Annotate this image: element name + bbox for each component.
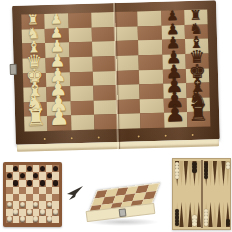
checkers-square [52,180,59,187]
screw-icon [44,138,46,140]
checkers-square [39,201,46,208]
board-square [22,58,46,73]
backgammon-point [213,161,217,186]
board-square [23,87,47,102]
checkers-piece-dark [33,173,38,179]
checkers-inset [3,162,62,227]
checkers-square [46,165,53,172]
board-square [94,114,118,129]
board-square [46,72,70,87]
checkers-square [6,187,13,194]
checkers-square [33,165,40,172]
checkers-square [6,209,13,216]
checkers-square [13,165,20,172]
arrow-icon [64,184,84,202]
backgammon-point [208,202,212,227]
checkers-square [19,216,26,223]
board-square [186,97,210,112]
checkers-square [39,187,46,194]
checkers-square [39,165,46,172]
folded-box-inset [85,185,161,229]
board-square [69,57,93,72]
backgammon-point [184,202,188,227]
checkers-square [6,165,13,172]
board-square [22,29,46,44]
checkers-square [19,172,26,179]
chess-board: ♜♟♟♜♞♟♟♞♝♟♟♝♛♟♟♛♚♟♟♚♝♟♟♝♞♟♟♞♜♟♟♜ [12,0,220,152]
checkers-piece-light [27,209,32,215]
board-square [139,84,163,99]
backgammon-panel [175,161,201,227]
board-square [69,42,93,57]
checkers-square [26,216,33,223]
board-square [186,68,210,83]
checkers-piece-light [53,209,58,215]
backgammon-inset [172,158,231,230]
checkers-piece-dark [13,166,18,172]
checkers-square [39,180,46,187]
checkers-square [39,194,46,201]
board-square [116,84,140,99]
checkers-piece-dark [53,166,58,172]
board-square [70,86,94,101]
board-square [71,115,95,130]
checkers-square [52,216,59,223]
backgammon-checker-white [192,222,196,226]
checkers-square [46,172,53,179]
backgammon-point [179,202,183,227]
board-square [47,101,71,116]
board-square [92,56,116,71]
board-square [138,25,162,40]
checkers-square [52,209,59,216]
checkers-square [6,180,13,187]
checkers-square [13,180,20,187]
board-square [140,113,164,128]
backgammon-hinge [201,160,203,228]
checkers-square [26,165,33,172]
checkers-square [46,194,53,201]
board-square [22,43,46,58]
backgammon-panel [204,161,230,227]
board-square [187,112,211,127]
checkers-square [46,201,53,208]
checkers-square [33,172,40,179]
board-square [114,11,138,26]
board-square [116,70,140,85]
board-square [184,24,208,39]
checkers-square [33,180,40,187]
checkers-square [52,194,59,201]
board-square [161,25,185,40]
board-square [139,69,163,84]
backgammon-checker-stack [204,209,208,226]
checkers-square [13,209,20,216]
checkers-piece-dark [53,180,58,186]
board-square [139,55,163,70]
backgammon-checker-white [226,165,230,169]
backgammon-checker-black [175,222,179,226]
checkers-piece-light [20,202,25,208]
board-square [163,83,187,98]
checkers-square [13,216,20,223]
checkers-piece-light [20,216,25,222]
checkers-square [52,165,59,172]
checkers-square [26,194,33,201]
checkers-square [46,209,53,216]
checkers-square [46,187,53,194]
screw-icon [165,135,167,137]
board-square [162,54,186,69]
screw-icon [192,134,194,136]
backgammon-checker-white [175,175,179,179]
board-square [117,114,141,129]
backgammon-checker-black [226,222,230,226]
checkers-piece-dark [47,173,52,179]
checkers-square [13,172,20,179]
board-square [93,85,117,100]
checkers-square [6,194,13,201]
checkers-piece-light [47,202,52,208]
checkers-square [6,201,13,208]
checkers-piece-light [7,216,12,222]
board-square [93,100,117,115]
checkers-piece-light [33,216,38,222]
backgammon-point [217,202,221,227]
board-square [162,69,186,84]
board-square [24,116,48,131]
checkers-square [19,201,26,208]
checkers-square [39,172,46,179]
checkers-piece-dark [7,173,12,179]
board-square [69,71,93,86]
latch-icon [10,64,17,75]
backgammon-checker-black [192,168,196,172]
screw-icon [71,137,73,139]
checkers-square [52,201,59,208]
checkers-square [13,194,20,201]
board-square [91,27,115,42]
board-square [70,100,94,115]
backgammon-point [213,202,217,227]
board-square [138,40,162,55]
board-square [115,55,139,70]
backgammon-checker-white [204,222,208,226]
checkers-piece-light [13,209,18,215]
checkers-square [33,187,40,194]
backgammon-point [179,161,183,186]
board-square [68,13,92,28]
board-square [186,83,210,98]
checkers-square [46,180,53,187]
checkers-square [6,216,13,223]
backgammon-checker-stack [175,209,179,226]
board-square [115,26,139,41]
checkers-piece-light [40,209,45,215]
checkers-square [52,187,59,194]
checkers-square [26,209,33,216]
screw-icon [138,135,140,137]
backgammon-checker-stack [226,219,230,226]
checkers-square [19,209,26,216]
checkers-square [19,187,26,194]
board-square [44,13,68,28]
backgammon-checker-stack [192,162,196,172]
checkers-square [13,187,20,194]
product-photo-canvas: ♜♟♟♜♞♟♟♞♝♟♟♝♛♟♟♛♚♟♟♚♝♟♟♝♞♟♟♞♜♟♟♜ [0,0,232,232]
board-square [45,28,69,43]
board-square [46,57,70,72]
checkers-square [33,216,40,223]
board-square [68,27,92,42]
backgammon-point [208,161,212,186]
board-square [24,102,48,117]
board-square [115,41,139,56]
checkers-piece-dark [27,180,32,186]
backgammon-point [197,161,201,186]
backgammon-point [184,161,188,186]
board-square [185,53,209,68]
checkers-square [19,180,26,187]
backgammon-checker-stack [192,216,196,226]
board-square [163,98,187,113]
backgammon-checker-black [204,175,208,179]
checkers-square [26,201,33,208]
board-square [93,71,117,86]
board-square [45,43,69,58]
checkers-piece-light [47,216,52,222]
checkers-square [26,187,33,194]
checkers-piece-dark [13,180,18,186]
checkers-square [33,201,40,208]
checkers-square [46,216,53,223]
checkers-square [13,201,20,208]
checkers-piece-light [7,202,12,208]
checkers-piece-dark [40,180,45,186]
checkers-square [26,180,33,187]
board-square [23,72,47,87]
checkers-square [19,165,26,172]
checkers-square [6,172,13,179]
checkers-square [26,172,33,179]
latch-icon [118,208,126,217]
checkers-square [39,209,46,216]
checkers-square [33,209,40,216]
board-square [47,86,71,101]
checkers-piece-dark [27,166,32,172]
backgammon-checker-stack [226,162,230,169]
checkers-square [39,216,46,223]
checkers-square [19,194,26,201]
board-square [92,41,116,56]
board-square [162,39,186,54]
checkers-piece-light [33,202,38,208]
board-square [140,98,164,113]
board-square [91,12,115,27]
checkers-board [6,165,59,223]
board-square [185,39,209,54]
board-square [161,10,185,25]
checkers-square [52,172,59,179]
board-square [117,99,141,114]
checkers-piece-dark [20,173,25,179]
board-square [47,116,71,131]
backgammon-point [217,161,221,186]
backgammon-checker-stack [204,162,208,179]
checkers-piece-dark [40,166,45,172]
backgammon-checker-stack [175,162,179,179]
backgammon-point [197,202,201,227]
board-square [184,9,208,24]
board-square [137,11,161,26]
screw-icon [98,136,100,138]
board-square [164,112,188,127]
checkers-square [33,194,40,201]
board-square [21,14,45,29]
